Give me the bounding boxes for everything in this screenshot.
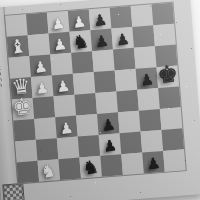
- piece-white-queen-e1[interactable]: ♛: [9, 76, 33, 100]
- square-b4[interactable]: [78, 135, 101, 158]
- square-b1[interactable]: [15, 140, 38, 163]
- square-f6[interactable]: [113, 48, 136, 71]
- square-a6[interactable]: [121, 153, 144, 176]
- square-h2[interactable]: [26, 13, 49, 36]
- square-d4[interactable]: [74, 93, 97, 116]
- square-d7[interactable]: [137, 88, 160, 111]
- square-b7[interactable]: [141, 130, 164, 153]
- square-a1[interactable]: [17, 161, 40, 184]
- piece-black-pawn-c5[interactable]: ♟: [97, 117, 120, 135]
- piece-black-knight-a4[interactable]: ♞: [79, 157, 102, 178]
- piece-black-pawn-g6[interactable]: ♟: [111, 31, 134, 49]
- piece-white-pawn-h4[interactable]: ♟: [68, 14, 91, 32]
- square-b6[interactable]: [120, 132, 143, 155]
- piece-black-pawn-b5[interactable]: ♟: [99, 138, 122, 156]
- square-b8[interactable]: [161, 128, 184, 151]
- square-f3[interactable]: [50, 53, 73, 76]
- piece-white-knight-a2[interactable]: ♞: [37, 161, 60, 182]
- square-f7[interactable]: [134, 46, 157, 69]
- square-c2[interactable]: [34, 117, 57, 140]
- square-f5[interactable]: [92, 50, 115, 73]
- piece-black-knight-g4[interactable]: ♞: [69, 32, 92, 53]
- square-h6[interactable]: [110, 6, 133, 29]
- square-c6[interactable]: [118, 111, 141, 134]
- square-a8[interactable]: [163, 149, 186, 172]
- piece-black-pawn-e7[interactable]: ♟: [136, 72, 159, 90]
- square-d8[interactable]: [158, 86, 181, 109]
- square-b3[interactable]: [57, 137, 80, 160]
- square-a3[interactable]: [58, 157, 81, 180]
- square-f4[interactable]: [71, 51, 94, 74]
- square-c1[interactable]: [13, 119, 36, 142]
- square-d3[interactable]: [54, 95, 77, 118]
- piece-white-pawn-f2[interactable]: ♟: [29, 59, 52, 77]
- square-g2[interactable]: [28, 34, 51, 57]
- square-g8[interactable]: [153, 24, 176, 47]
- square-g7[interactable]: [132, 25, 155, 48]
- piece-black-pawn-a7[interactable]: ♟: [142, 155, 165, 173]
- square-d5[interactable]: [95, 91, 118, 114]
- piece-white-pawn-g3[interactable]: ♟: [49, 36, 72, 54]
- piece-white-bishop-g1[interactable]: ♝: [6, 36, 29, 58]
- square-e4[interactable]: [73, 72, 96, 95]
- square-c8[interactable]: [160, 107, 183, 130]
- film-grain: [0, 0, 1, 1]
- piece-black-king-e8[interactable]: ♚: [156, 62, 180, 88]
- square-e6[interactable]: [115, 69, 138, 92]
- piece-white-pawn-h3[interactable]: ♟: [47, 15, 70, 33]
- photo-frame: CHESS ♚♟♟♟♟♟♟♟♞♞♟♟♟♟♟♞♟♟♚♛♝: [0, 0, 200, 200]
- square-h8[interactable]: [152, 3, 175, 26]
- square-c4[interactable]: [76, 114, 99, 137]
- piece-white-pawn-c3[interactable]: ♟: [55, 120, 78, 138]
- piece-black-pawn-g5[interactable]: ♟: [90, 33, 113, 51]
- board-corner-emblem-icon: [2, 183, 25, 200]
- chess-board-grid: ♚♟♟♟♟♟♟♟♞♞♟♟♟♟♟♞♟♟♚♛♝: [5, 3, 186, 184]
- square-h7[interactable]: [131, 4, 154, 27]
- square-b2[interactable]: [36, 138, 59, 161]
- square-d6[interactable]: [116, 90, 139, 113]
- square-a5[interactable]: [100, 154, 123, 177]
- piece-white-pawn-e3[interactable]: ♟: [52, 78, 75, 96]
- square-c7[interactable]: [139, 109, 162, 132]
- chess-board-with-border: CHESS ♚♟♟♟♟♟♟♟♞♞♟♟♟♟♟♞♟♟♚♛♝: [0, 0, 200, 200]
- square-d2[interactable]: [33, 96, 56, 119]
- square-e5[interactable]: [94, 70, 117, 93]
- board-brand-text: CHESS: [0, 59, 4, 90]
- piece-black-pawn-h5[interactable]: ♟: [89, 12, 112, 30]
- piece-white-pawn-e2[interactable]: ♟: [31, 80, 54, 98]
